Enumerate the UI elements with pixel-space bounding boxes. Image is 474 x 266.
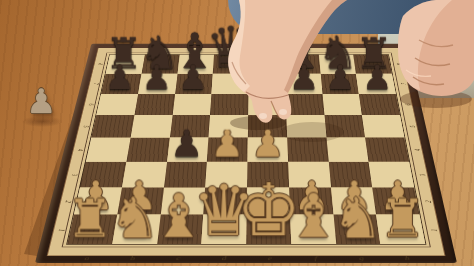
rank-label-7-right: 7	[400, 81, 409, 86]
white-knight-g1[interactable]: ♞	[333, 192, 384, 243]
white-pawn-d4[interactable]: ♟	[211, 128, 244, 161]
file-label-b-bottom: b	[109, 255, 156, 262]
video-frame: { "game": "chess", "scene": { "caption":…	[0, 0, 474, 266]
rank-label-6-left: 6	[86, 102, 95, 108]
white-rook-h1[interactable]: ♜	[379, 196, 426, 243]
black-pawn-b7[interactable]: ♟	[141, 63, 171, 93]
rank-label-1-left: 1	[55, 226, 66, 234]
file-label-g-bottom: g	[338, 255, 385, 262]
chess-board-scene: aabbccddeeffgghh1122334455667788 ♜♞♝♛♚♝♞…	[35, 44, 457, 263]
rank-label-4-right: 4	[413, 147, 423, 153]
black-queen-d8[interactable]: ♛	[206, 23, 256, 74]
rank-label-6-right: 6	[404, 102, 413, 108]
rank-label-1-right: 1	[429, 226, 440, 234]
square-d1[interactable]: ♛	[202, 215, 247, 244]
black-pawn-g7[interactable]: ♟	[325, 63, 355, 93]
board-outer-frame: aabbccddeeffgghh1122334455667788 ♜♞♝♛♚♝♞…	[35, 44, 457, 263]
square-h1[interactable]: ♜	[376, 215, 425, 244]
square-d8[interactable]: ♛	[213, 55, 249, 74]
square-g6[interactable]	[322, 94, 362, 115]
square-g7[interactable]: ♟	[320, 74, 359, 94]
rank-label-5-left: 5	[80, 124, 90, 130]
square-h6[interactable]	[359, 94, 400, 115]
rank-label-8-right: 8	[396, 62, 405, 67]
file-label-e-bottom: e	[247, 255, 293, 262]
square-g1[interactable]: ♞	[333, 215, 380, 244]
square-f7[interactable]: ♟	[285, 74, 323, 94]
square-b5[interactable]	[130, 115, 172, 138]
square-c4[interactable]: ♟	[167, 138, 209, 162]
black-pawn-e7[interactable]: ♟	[252, 63, 282, 93]
file-label-h-bottom: h	[384, 255, 431, 262]
square-e4[interactable]: ♟	[247, 138, 287, 162]
square-d6[interactable]	[210, 94, 248, 115]
square-b6[interactable]	[134, 94, 175, 115]
square-f4[interactable]	[287, 138, 328, 162]
square-h4[interactable]	[365, 138, 409, 162]
rank-label-7-left: 7	[91, 81, 100, 86]
square-g5[interactable]	[324, 115, 365, 138]
file-label-d-bottom: d	[201, 255, 247, 262]
captured-white-pawn[interactable]: ♟	[26, 84, 56, 118]
square-b7[interactable]: ♟	[138, 74, 177, 94]
square-f1[interactable]: ♝	[290, 215, 336, 244]
rank-label-3-right: 3	[418, 172, 428, 179]
black-pawn-c4[interactable]: ♟	[170, 128, 203, 161]
square-b4[interactable]	[126, 138, 169, 162]
square-c7[interactable]: ♟	[175, 74, 213, 94]
square-b1[interactable]: ♞	[112, 215, 160, 244]
rank-label-5-right: 5	[408, 124, 418, 130]
rank-label-4-left: 4	[75, 147, 85, 153]
white-rook-a1[interactable]: ♜	[66, 196, 113, 243]
square-g4[interactable]	[326, 138, 369, 162]
black-pawn-h7[interactable]: ♟	[362, 63, 392, 93]
square-d4[interactable]: ♟	[207, 138, 248, 162]
square-f6[interactable]	[285, 94, 324, 115]
square-a5[interactable]	[91, 115, 134, 138]
file-label-f-bottom: f	[293, 255, 339, 262]
black-pawn-f7[interactable]: ♟	[289, 63, 319, 93]
square-c6[interactable]	[172, 94, 211, 115]
white-pawn-e4[interactable]: ♟	[251, 128, 284, 161]
file-label-a-bottom: a	[63, 255, 110, 262]
square-a6[interactable]	[96, 94, 138, 115]
square-h5[interactable]	[362, 115, 404, 138]
square-e6[interactable]	[248, 94, 286, 115]
black-pawn-a7[interactable]: ♟	[104, 63, 134, 93]
square-h7[interactable]: ♟	[356, 74, 396, 94]
rank-label-8-left: 8	[96, 62, 105, 67]
square-a4[interactable]	[86, 138, 131, 162]
square-d7[interactable]	[212, 74, 249, 94]
file-label-c-bottom: c	[155, 255, 201, 262]
white-knight-b1[interactable]: ♞	[109, 192, 160, 243]
square-a7[interactable]: ♟	[101, 74, 141, 94]
square-e7[interactable]: ♟	[248, 74, 285, 94]
black-pawn-c7[interactable]: ♟	[178, 63, 208, 93]
white-queen-d1[interactable]: ♛	[192, 180, 255, 243]
square-f5[interactable]	[286, 115, 326, 138]
chess-board: ♜♞♝♛♚♝♞♜♟♟♟♟♟♟♟♟♟♟♟♟♟♟♟♜♞♝♛♚♝♞♜	[66, 54, 426, 244]
